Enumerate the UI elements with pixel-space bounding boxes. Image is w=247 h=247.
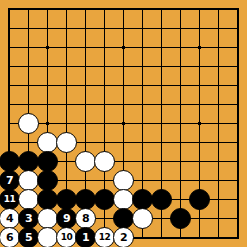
move-number: 10 [61,233,73,242]
stone-black [189,189,210,210]
move-number: 9 [63,213,70,224]
star-point [122,122,125,125]
stone-white [18,170,39,191]
stone-white [132,208,153,229]
stone-white: 2 [113,227,134,247]
go-board: 711439865101122 [0,0,247,247]
stone-black: 9 [56,208,77,229]
stone-black [94,189,115,210]
stone-black [18,151,39,172]
stone-white: 4 [0,208,20,229]
stone-black: 3 [18,208,39,229]
stone-white [56,132,77,153]
stone-white [113,189,134,210]
stone-black [37,151,58,172]
stone-black [132,189,153,210]
move-number: 3 [25,213,32,224]
star-point [46,122,49,125]
stone-layer: 711439865101122 [0,0,247,247]
stone-white [113,170,134,191]
stone-white [18,189,39,210]
star-point [46,46,49,49]
move-number: 4 [6,213,13,224]
move-number: 8 [82,213,89,224]
move-number: 2 [120,232,127,243]
stone-white [37,208,58,229]
move-number: 6 [6,232,13,243]
stone-black [56,189,77,210]
move-number: 5 [25,232,32,243]
stone-white [37,227,58,247]
stone-black [0,151,20,172]
stone-white [37,132,58,153]
stone-black [113,208,134,229]
stone-black: 1 [75,227,96,247]
stone-white [94,151,115,172]
stone-black [170,208,191,229]
stone-black [37,189,58,210]
stone-white: 8 [75,208,96,229]
move-number: 1 [82,232,89,243]
stone-white: 12 [94,227,115,247]
stone-white [18,113,39,134]
star-point [198,122,201,125]
stone-black [75,189,96,210]
move-number: 11 [4,195,16,204]
move-number: 7 [6,175,13,186]
star-point [122,46,125,49]
stone-white [75,151,96,172]
stone-black: 7 [0,170,20,191]
move-number: 12 [99,233,111,242]
stone-black: 5 [18,227,39,247]
stone-white: 6 [0,227,20,247]
star-point [198,46,201,49]
stone-black [151,189,172,210]
stone-black: 11 [0,189,20,210]
stone-white: 10 [56,227,77,247]
stone-black [37,170,58,191]
